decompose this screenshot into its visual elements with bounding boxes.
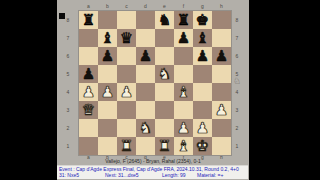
rank-label-2: 2 [65, 119, 71, 137]
square-e7 [155, 29, 174, 47]
square-d4 [136, 83, 155, 101]
square-d5 [136, 65, 155, 83]
piece-black-king-g8: ♚ [193, 11, 212, 29]
file-label-b: b [98, 3, 117, 9]
video-frame: abcdefgh abcdefgh 87654321 87654321 ♜♞♜♚… [0, 0, 320, 180]
square-c6 [117, 47, 136, 65]
square-h5 [212, 65, 231, 83]
piece-white-rook-c1: ♜ [117, 137, 136, 155]
piece-white-pawn-g2: ♟ [193, 119, 212, 137]
rank-label-3: 3 [65, 101, 71, 119]
rank-label-4: 4 [65, 83, 71, 101]
piece-black-pawn-f7: ♟ [174, 29, 193, 47]
piece-white-pawn-c4: ♟ [117, 83, 136, 101]
rank-label-2: 2 [234, 119, 240, 137]
rank-label-7: 7 [65, 29, 71, 47]
square-h8 [212, 11, 231, 29]
rank-label-1: 1 [234, 137, 240, 155]
rank-label-8: 8 [65, 11, 71, 29]
square-d1 [136, 137, 155, 155]
square-b2 [98, 119, 117, 137]
square-h1 [212, 137, 231, 155]
piece-white-knight-e5: ♞ [155, 65, 174, 83]
rank-labels-left: 87654321 [65, 11, 71, 155]
square-g4 [193, 83, 212, 101]
piece-black-pawn-d6: ♟ [136, 47, 155, 65]
square-c3 [117, 101, 136, 119]
rank-label-6: 6 [65, 47, 71, 65]
length-text: Length: 99 [162, 173, 186, 178]
material-text: Material: =+ [197, 173, 223, 178]
piece-black-pawn-h6: ♟ [212, 47, 231, 65]
square-a6 [79, 47, 98, 65]
piece-black-knight-e8: ♞ [155, 11, 174, 29]
square-f6 [174, 47, 193, 65]
square-h2 [212, 119, 231, 137]
players-result-caption: Vallejo, F (2645) - Bryan, Rahal (2354),… [57, 158, 249, 164]
caption-box: Event : Cap d'Agde Express Final, Cap d'… [57, 165, 248, 179]
piece-black-bishop-g7: ♝ [193, 29, 212, 47]
piece-white-rook-e1: ♜ [155, 137, 174, 155]
last-move-text: 31: Nxe5 [59, 173, 79, 178]
chess-panel: abcdefgh abcdefgh 87654321 87654321 ♜♞♜♚… [57, 0, 249, 180]
square-h7 [212, 29, 231, 47]
square-d3 [136, 101, 155, 119]
square-a1 [79, 137, 98, 155]
rank-label-7: 7 [234, 29, 240, 47]
rank-label-1: 1 [65, 137, 71, 155]
rank-label-5: 5 [65, 65, 71, 83]
square-b8 [98, 11, 117, 29]
square-b1 [98, 137, 117, 155]
piece-black-bishop-b7: ♝ [98, 29, 117, 47]
piece-white-bishop-f1: ♝ [174, 137, 193, 155]
square-c5 [117, 65, 136, 83]
move-status-caption: 31: Nxe5 Next: 31...dxe5 Length: 99 Mate… [57, 173, 248, 178]
piece-black-rook-f8: ♜ [174, 11, 193, 29]
knight-icon: ♘ [233, 77, 241, 86]
square-d7 [136, 29, 155, 47]
square-e3 [155, 101, 174, 119]
square-c2 [117, 119, 136, 137]
square-f3 [174, 101, 193, 119]
file-label-e: e [155, 3, 174, 9]
piece-white-queen-a3: ♛ [79, 101, 98, 119]
file-label-f: f [174, 3, 193, 9]
black-to-move-indicator [59, 13, 65, 19]
chess-board: ♜♞♜♚♝♛♟♝♟♟♟♟♟♞♟♟♟♝♛♟♞♟♟♜♜♝♚ [79, 11, 231, 155]
piece-white-knight-d2: ♞ [136, 119, 155, 137]
file-label-d: d [136, 3, 155, 9]
next-move-text: Next: 31...dxe5 [105, 173, 139, 178]
square-b5 [98, 65, 117, 83]
square-e4 [155, 83, 174, 101]
piece-white-pawn-f2: ♟ [174, 119, 193, 137]
piece-black-pawn-a5: ♟ [79, 65, 98, 83]
square-b3 [98, 101, 117, 119]
square-c8 [117, 11, 136, 29]
rank-label-6: 6 [234, 47, 240, 65]
piece-white-pawn-h3: ♟ [212, 101, 231, 119]
rank-label-8: 8 [234, 11, 240, 29]
piece-white-bishop-f4: ♝ [174, 83, 193, 101]
file-label-a: a [79, 3, 98, 9]
piece-white-king-g1: ♚ [193, 137, 212, 155]
file-label-g: g [193, 3, 212, 9]
rank-label-3: 3 [234, 101, 240, 119]
piece-white-pawn-b4: ♟ [98, 83, 117, 101]
piece-black-pawn-b6: ♟ [98, 47, 117, 65]
file-label-c: c [117, 3, 136, 9]
square-f5 [174, 65, 193, 83]
file-labels-top: abcdefgh [79, 3, 231, 9]
square-a2 [79, 119, 98, 137]
piece-black-rook-a8: ♜ [79, 11, 98, 29]
square-d8 [136, 11, 155, 29]
piece-black-pawn-g6: ♟ [193, 47, 212, 65]
piece-white-pawn-a4: ♟ [79, 83, 98, 101]
square-g5 [193, 65, 212, 83]
square-g3 [193, 101, 212, 119]
square-h4 [212, 83, 231, 101]
square-a7 [79, 29, 98, 47]
square-e2 [155, 119, 174, 137]
square-e6 [155, 47, 174, 65]
piece-black-queen-c7: ♛ [117, 29, 136, 47]
file-label-h: h [212, 3, 231, 9]
